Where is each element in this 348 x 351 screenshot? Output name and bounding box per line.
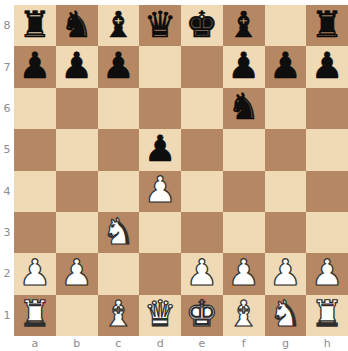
white-bishop-piece[interactable]: ♝ [102,296,134,332]
square-f5[interactable] [223,129,265,170]
square-b5[interactable] [56,129,98,170]
square-f3[interactable] [223,212,265,253]
rank-label-5: 5 [0,129,14,170]
white-queen-piece[interactable]: ♛ [144,296,176,332]
white-king-piece[interactable]: ♚ [186,296,218,332]
black-pawn-piece[interactable]: ♟ [102,48,134,84]
square-h7[interactable]: ♟ [306,46,348,87]
square-c3[interactable]: ♞ [98,212,140,253]
square-a6[interactable] [14,88,56,129]
white-pawn-piece[interactable]: ♟ [19,255,51,291]
square-e6[interactable] [181,88,223,129]
square-g6[interactable] [265,88,307,129]
square-h4[interactable] [306,171,348,212]
square-f8[interactable]: ♝ [223,5,265,46]
square-g4[interactable] [265,171,307,212]
square-e4[interactable] [181,171,223,212]
file-label-b: b [56,336,98,351]
square-e7[interactable] [181,46,223,87]
square-a2[interactable]: ♟ [14,253,56,294]
square-g1[interactable]: ♞ [265,295,307,336]
white-rook-piece[interactable]: ♜ [19,296,51,332]
square-c7[interactable]: ♟ [98,46,140,87]
white-pawn-piece[interactable]: ♟ [227,255,259,291]
black-pawn-piece[interactable]: ♟ [19,48,51,84]
square-f4[interactable] [223,171,265,212]
white-pawn-piece[interactable]: ♟ [186,255,218,291]
square-e2[interactable]: ♟ [181,253,223,294]
file-label-d: d [139,336,181,351]
square-e3[interactable] [181,212,223,253]
square-h8[interactable]: ♜ [306,5,348,46]
square-g5[interactable] [265,129,307,170]
square-a1[interactable]: ♜ [14,295,56,336]
black-bishop-piece[interactable]: ♝ [227,7,259,43]
square-b2[interactable]: ♟ [56,253,98,294]
black-pawn-piece[interactable]: ♟ [269,48,301,84]
square-d7[interactable] [139,46,181,87]
white-pawn-piece[interactable]: ♟ [311,255,343,291]
square-h3[interactable] [306,212,348,253]
rank-label-4: 4 [0,171,14,212]
black-king-piece[interactable]: ♚ [186,7,218,43]
white-pawn-piece[interactable]: ♟ [144,172,176,208]
square-b8[interactable]: ♞ [56,5,98,46]
square-d3[interactable] [139,212,181,253]
file-label-e: e [181,336,223,351]
square-e1[interactable]: ♚ [181,295,223,336]
black-pawn-piece[interactable]: ♟ [227,48,259,84]
square-d4[interactable]: ♟ [139,171,181,212]
black-pawn-piece[interactable]: ♟ [144,131,176,167]
square-g7[interactable]: ♟ [265,46,307,87]
rank-label-6: 6 [0,88,14,129]
square-c1[interactable]: ♝ [98,295,140,336]
square-a7[interactable]: ♟ [14,46,56,87]
square-h2[interactable]: ♟ [306,253,348,294]
square-a4[interactable] [14,171,56,212]
square-g8[interactable] [265,5,307,46]
square-b3[interactable] [56,212,98,253]
rank-labels: 87654321 [0,5,14,336]
rank-label-8: 8 [0,5,14,46]
black-bishop-piece[interactable]: ♝ [102,7,134,43]
square-f7[interactable]: ♟ [223,46,265,87]
black-rook-piece[interactable]: ♜ [311,7,343,43]
square-c5[interactable] [98,129,140,170]
square-d1[interactable]: ♛ [139,295,181,336]
rank-label-3: 3 [0,212,14,253]
file-label-c: c [98,336,140,351]
square-a5[interactable] [14,129,56,170]
black-rook-piece[interactable]: ♜ [19,7,51,43]
rank-label-1: 1 [0,295,14,336]
black-knight-piece[interactable]: ♞ [227,89,259,125]
black-queen-piece[interactable]: ♛ [144,7,176,43]
file-label-f: f [223,336,265,351]
white-pawn-piece[interactable]: ♟ [269,255,301,291]
square-a8[interactable]: ♜ [14,5,56,46]
square-c8[interactable]: ♝ [98,5,140,46]
square-d6[interactable] [139,88,181,129]
white-bishop-piece[interactable]: ♝ [227,296,259,332]
file-label-a: a [14,336,56,351]
white-knight-piece[interactable]: ♞ [102,214,134,250]
square-e5[interactable] [181,129,223,170]
square-f6[interactable]: ♞ [223,88,265,129]
square-g3[interactable] [265,212,307,253]
chess-board: ♜♞♝♛♚♝♜♟♟♟♟♟♟♞♟♟♞♟♟♟♟♟♟♜♝♛♚♝♞♜ [14,5,348,336]
square-c4[interactable] [98,171,140,212]
black-pawn-piece[interactable]: ♟ [60,48,92,84]
square-h6[interactable] [306,88,348,129]
square-b6[interactable] [56,88,98,129]
black-pawn-piece[interactable]: ♟ [311,48,343,84]
square-d8[interactable]: ♛ [139,5,181,46]
rank-label-7: 7 [0,46,14,87]
chess-board-panel: 87654321 ♜♞♝♛♚♝♜♟♟♟♟♟♟♞♟♟♞♟♟♟♟♟♟♜♝♛♚♝♞♜ … [0,0,348,351]
square-d2[interactable] [139,253,181,294]
white-knight-piece[interactable]: ♞ [269,296,301,332]
square-b7[interactable]: ♟ [56,46,98,87]
square-f1[interactable]: ♝ [223,295,265,336]
square-e8[interactable]: ♚ [181,5,223,46]
square-g2[interactable]: ♟ [265,253,307,294]
file-label-g: g [265,336,307,351]
square-h1[interactable]: ♜ [306,295,348,336]
square-b4[interactable] [56,171,98,212]
square-a3[interactable] [14,212,56,253]
square-h5[interactable] [306,129,348,170]
square-c2[interactable] [98,253,140,294]
square-b1[interactable] [56,295,98,336]
square-c6[interactable] [98,88,140,129]
black-knight-piece[interactable]: ♞ [60,7,92,43]
file-label-h: h [306,336,348,351]
rank-label-2: 2 [0,253,14,294]
white-pawn-piece[interactable]: ♟ [60,255,92,291]
square-d5[interactable]: ♟ [139,129,181,170]
white-rook-piece[interactable]: ♜ [311,296,343,332]
file-labels: abcdefgh [14,336,348,351]
square-f2[interactable]: ♟ [223,253,265,294]
